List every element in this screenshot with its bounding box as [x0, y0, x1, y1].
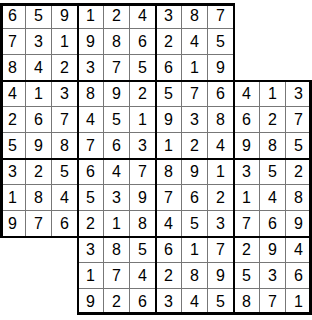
void-r11c2 [26, 263, 52, 289]
cell-r8c4: 5 [78, 185, 104, 211]
cell-r2c6: 6 [130, 29, 156, 55]
cell-r4c4: 8 [78, 81, 104, 107]
cell-r9c12: 9 [286, 211, 312, 237]
cell-r12c9: 5 [208, 289, 234, 315]
void-r2c12 [286, 29, 312, 55]
cell-r5c12: 7 [286, 107, 312, 133]
cell-r7c5: 4 [104, 159, 130, 185]
cell-r8c11: 4 [260, 185, 286, 211]
cell-r3c5: 7 [104, 55, 130, 81]
cell-r9c9: 3 [208, 211, 234, 237]
cell-r9c4: 2 [78, 211, 104, 237]
cell-r2c3: 1 [52, 29, 78, 55]
cell-r12c10: 8 [234, 289, 260, 315]
cell-r3c6: 5 [130, 55, 156, 81]
cell-r8c5: 3 [104, 185, 130, 211]
cell-r5c11: 2 [260, 107, 286, 133]
cell-r11c7: 2 [156, 263, 182, 289]
cell-r9c8: 5 [182, 211, 208, 237]
cell-r4c9: 6 [208, 81, 234, 107]
cell-r9c1: 9 [0, 211, 26, 237]
cell-r2c2: 3 [26, 29, 52, 55]
cell-r2c8: 4 [182, 29, 208, 55]
cell-r11c4: 1 [78, 263, 104, 289]
cell-r7c7: 8 [156, 159, 182, 185]
cell-r4c3: 3 [52, 81, 78, 107]
cell-r6c12: 5 [286, 133, 312, 159]
cell-r4c12: 3 [286, 81, 312, 107]
cell-r2c1: 7 [0, 29, 26, 55]
cell-r12c12: 1 [286, 289, 312, 315]
cell-r4c2: 1 [26, 81, 52, 107]
cell-r10c6: 5 [130, 237, 156, 263]
cell-r5c10: 6 [234, 107, 260, 133]
cell-r11c5: 7 [104, 263, 130, 289]
cell-r1c6: 4 [130, 3, 156, 29]
cell-r8c9: 2 [208, 185, 234, 211]
cell-r4c1: 4 [0, 81, 26, 107]
cell-r3c2: 4 [26, 55, 52, 81]
cell-r2c5: 8 [104, 29, 130, 55]
void-r1c10 [234, 3, 260, 29]
cell-r11c8: 8 [182, 263, 208, 289]
cell-r6c3: 8 [52, 133, 78, 159]
cell-r3c3: 2 [52, 55, 78, 81]
cell-r2c4: 9 [78, 29, 104, 55]
cell-r8c7: 7 [156, 185, 182, 211]
cell-r1c1: 6 [0, 3, 26, 29]
cell-r5c2: 6 [26, 107, 52, 133]
cell-r5c6: 1 [130, 107, 156, 133]
void-r10c2 [26, 237, 52, 263]
void-r12c2 [26, 289, 52, 315]
cell-r6c7: 1 [156, 133, 182, 159]
cell-r12c4: 9 [78, 289, 104, 315]
cell-r11c6: 4 [130, 263, 156, 289]
cell-r11c10: 5 [234, 263, 260, 289]
cell-r6c4: 7 [78, 133, 104, 159]
cell-r2c9: 5 [208, 29, 234, 55]
cell-r9c7: 4 [156, 211, 182, 237]
cell-r6c9: 4 [208, 133, 234, 159]
cell-r10c11: 9 [260, 237, 286, 263]
void-r12c1 [0, 289, 26, 315]
cell-r8c8: 6 [182, 185, 208, 211]
cell-r6c8: 2 [182, 133, 208, 159]
cell-r11c11: 3 [260, 263, 286, 289]
cell-r4c10: 4 [234, 81, 260, 107]
cell-r5c1: 2 [0, 107, 26, 133]
cell-r9c11: 6 [260, 211, 286, 237]
cell-r3c8: 1 [182, 55, 208, 81]
void-r2c11 [260, 29, 286, 55]
cell-r6c10: 9 [234, 133, 260, 159]
cell-r5c9: 8 [208, 107, 234, 133]
cell-r5c4: 4 [78, 107, 104, 133]
void-r3c10 [234, 55, 260, 81]
cell-r1c5: 2 [104, 3, 130, 29]
cell-r9c2: 7 [26, 211, 52, 237]
cell-r8c2: 8 [26, 185, 52, 211]
cell-r7c8: 9 [182, 159, 208, 185]
cell-r3c7: 6 [156, 55, 182, 81]
cell-r7c2: 2 [26, 159, 52, 185]
cell-r9c5: 1 [104, 211, 130, 237]
cell-r3c1: 8 [0, 55, 26, 81]
cell-r11c12: 6 [286, 263, 312, 289]
cell-r8c3: 4 [52, 185, 78, 211]
cell-r7c6: 7 [130, 159, 156, 185]
cell-r1c7: 3 [156, 3, 182, 29]
cell-r10c9: 7 [208, 237, 234, 263]
cell-r7c11: 5 [260, 159, 286, 185]
cell-r9c10: 7 [234, 211, 260, 237]
cell-r12c11: 7 [260, 289, 286, 315]
void-r3c11 [260, 55, 286, 81]
void-r3c12 [286, 55, 312, 81]
cell-r6c5: 6 [104, 133, 130, 159]
cell-r7c3: 5 [52, 159, 78, 185]
sudoku-board: 6591243877319862458423756194138925764132… [0, 3, 312, 315]
cell-r1c8: 8 [182, 3, 208, 29]
cell-r7c9: 1 [208, 159, 234, 185]
cell-r10c4: 3 [78, 237, 104, 263]
cell-r12c6: 6 [130, 289, 156, 315]
cell-r8c10: 1 [234, 185, 260, 211]
cell-r1c9: 7 [208, 3, 234, 29]
cell-r6c11: 8 [260, 133, 286, 159]
cell-r6c6: 3 [130, 133, 156, 159]
cell-r5c8: 3 [182, 107, 208, 133]
cell-r1c3: 9 [52, 3, 78, 29]
void-r11c3 [52, 263, 78, 289]
cell-r1c4: 1 [78, 3, 104, 29]
cell-r3c4: 3 [78, 55, 104, 81]
cell-r3c9: 9 [208, 55, 234, 81]
cell-r1c2: 5 [26, 3, 52, 29]
cell-r7c10: 3 [234, 159, 260, 185]
void-r2c10 [234, 29, 260, 55]
cell-r8c1: 1 [0, 185, 26, 211]
cell-r12c7: 3 [156, 289, 182, 315]
cell-r4c5: 9 [104, 81, 130, 107]
cell-r12c5: 2 [104, 289, 130, 315]
cell-r2c7: 2 [156, 29, 182, 55]
cell-r12c8: 4 [182, 289, 208, 315]
void-r10c1 [0, 237, 26, 263]
cell-r8c6: 9 [130, 185, 156, 211]
cell-r11c9: 9 [208, 263, 234, 289]
void-r10c3 [52, 237, 78, 263]
void-r11c1 [0, 263, 26, 289]
cell-r6c2: 9 [26, 133, 52, 159]
cell-r10c8: 1 [182, 237, 208, 263]
cell-r9c3: 6 [52, 211, 78, 237]
void-r12c3 [52, 289, 78, 315]
cell-r6c1: 5 [0, 133, 26, 159]
cell-r4c11: 1 [260, 81, 286, 107]
void-r1c11 [260, 3, 286, 29]
void-r1c12 [286, 3, 312, 29]
cell-r4c8: 7 [182, 81, 208, 107]
cell-r8c12: 8 [286, 185, 312, 211]
cell-r7c4: 6 [78, 159, 104, 185]
cell-r10c12: 4 [286, 237, 312, 263]
cell-r10c10: 2 [234, 237, 260, 263]
cell-r5c7: 9 [156, 107, 182, 133]
cell-r10c5: 8 [104, 237, 130, 263]
cell-r10c7: 6 [156, 237, 182, 263]
cell-r9c6: 8 [130, 211, 156, 237]
cell-r5c3: 7 [52, 107, 78, 133]
cell-r5c5: 5 [104, 107, 130, 133]
cell-r7c1: 3 [0, 159, 26, 185]
cell-r4c6: 2 [130, 81, 156, 107]
cell-r7c12: 2 [286, 159, 312, 185]
cell-r4c7: 5 [156, 81, 182, 107]
